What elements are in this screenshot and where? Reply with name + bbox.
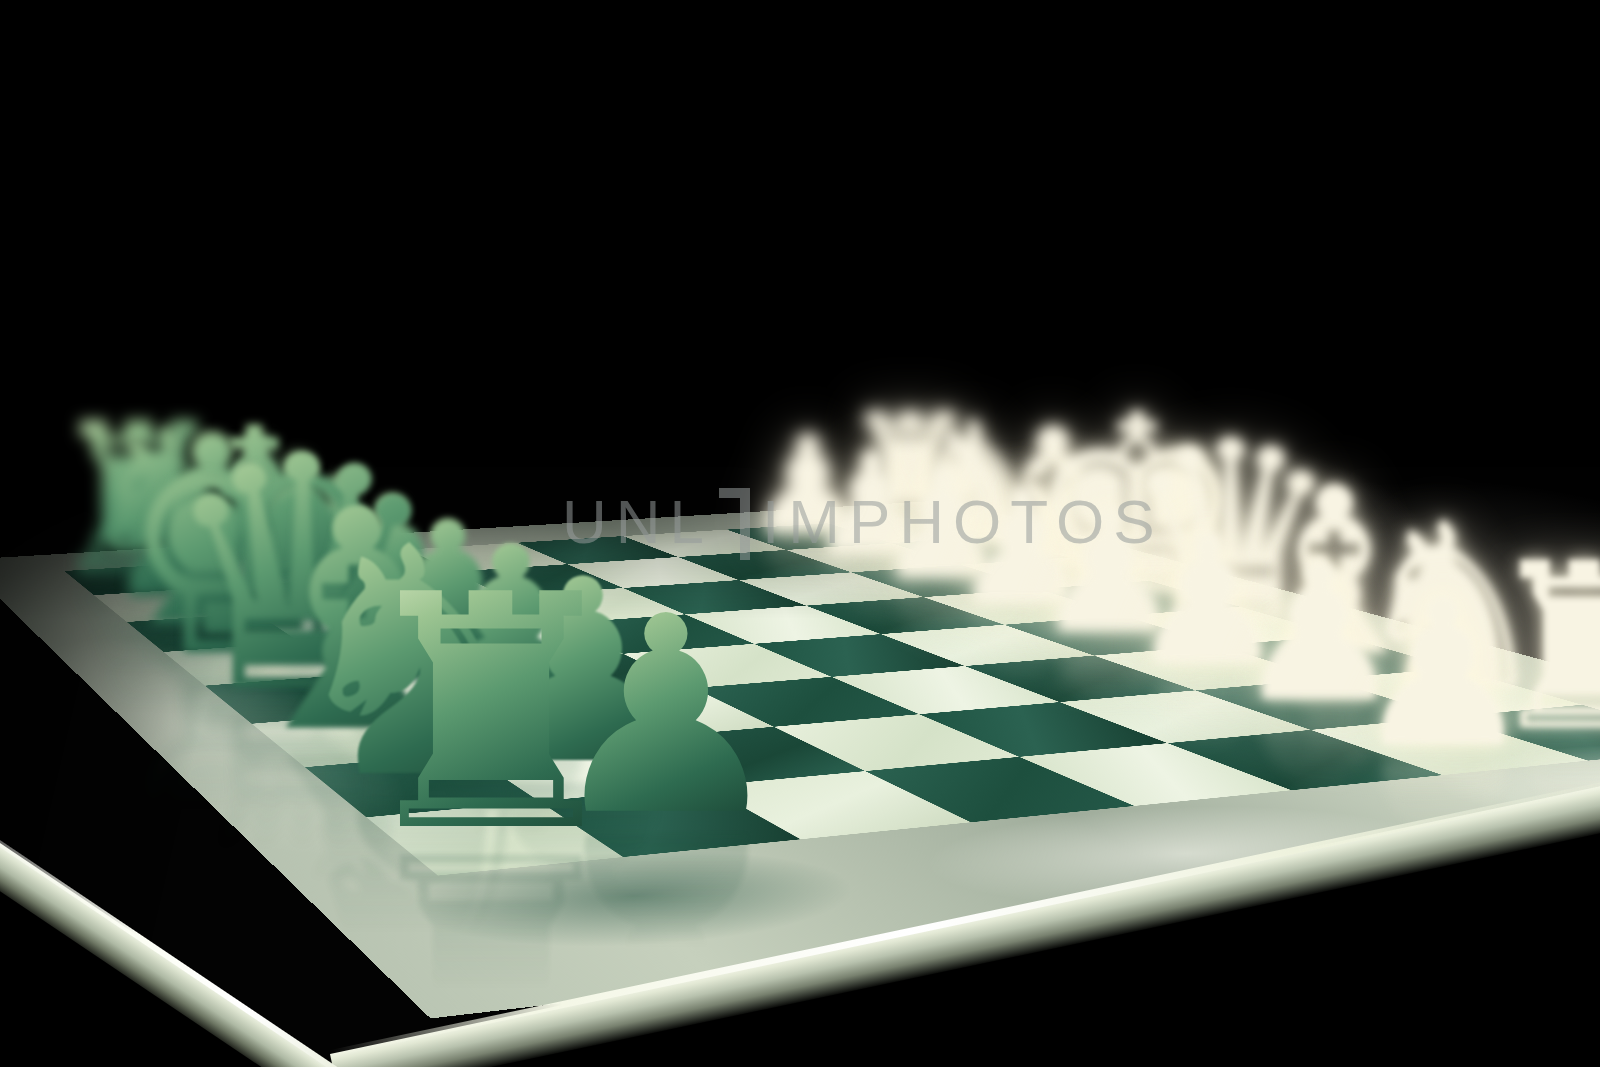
watermark-logo-mark-icon (719, 488, 750, 560)
piece-white-pawn-a2: ♟ (1352, 573, 1534, 776)
watermark: UNLIMPHOTOS (562, 486, 1164, 560)
watermark-suffix: IMPHOTOS (762, 486, 1164, 557)
piece-green-rook-a8: ♜ (346, 553, 636, 876)
watermark-prefix: UNL (562, 486, 713, 557)
chess-photo-scene: ♜♜♞♞♝♝♛♛♚♚♝♝♞♞♜♜♟♟♟♟♟♟♟♟♟♟♟♟♟♟♟♟♜♜♞♞♝♝♛♛… (0, 0, 1600, 1067)
